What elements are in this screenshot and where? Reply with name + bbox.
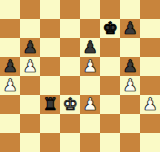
white-pawn[interactable]: ♟ — [82, 57, 97, 76]
square-d3[interactable]: ♚ — [60, 95, 80, 114]
square-e7[interactable] — [80, 19, 100, 38]
square-a1[interactable] — [0, 133, 20, 152]
square-c6[interactable] — [40, 38, 60, 57]
white-pawn[interactable]: ♟ — [82, 95, 97, 114]
square-a5[interactable]: ♟ — [0, 57, 20, 76]
white-pawn[interactable]: ♟ — [2, 76, 17, 95]
black-king[interactable]: ♚ — [102, 19, 117, 38]
square-c1[interactable] — [40, 133, 60, 152]
square-g8[interactable] — [120, 0, 140, 19]
square-f5[interactable] — [100, 57, 120, 76]
square-e2[interactable] — [80, 114, 100, 133]
square-b6[interactable]: ♟ — [20, 38, 40, 57]
square-g4[interactable]: ♟ — [120, 76, 140, 95]
square-h2[interactable] — [140, 114, 160, 133]
square-d5[interactable] — [60, 57, 80, 76]
square-a3[interactable] — [0, 95, 20, 114]
square-e8[interactable] — [80, 0, 100, 19]
square-f7[interactable]: ♚ — [100, 19, 120, 38]
square-c4[interactable] — [40, 76, 60, 95]
square-b1[interactable] — [20, 133, 40, 152]
square-c5[interactable] — [40, 57, 60, 76]
square-g2[interactable] — [120, 114, 140, 133]
square-h4[interactable] — [140, 76, 160, 95]
square-d2[interactable] — [60, 114, 80, 133]
square-d7[interactable] — [60, 19, 80, 38]
square-h8[interactable] — [140, 0, 160, 19]
square-b7[interactable] — [20, 19, 40, 38]
white-pawn[interactable]: ♟ — [22, 57, 37, 76]
square-h1[interactable] — [140, 133, 160, 152]
square-c8[interactable] — [40, 0, 60, 19]
chess-board: ♚♟♟♟♟♟♟♟♟♟♜♚♟♟ — [0, 0, 160, 152]
square-a6[interactable] — [0, 38, 20, 57]
square-f8[interactable] — [100, 0, 120, 19]
black-pawn[interactable]: ♟ — [122, 57, 137, 76]
black-pawn[interactable]: ♟ — [2, 57, 17, 76]
square-f1[interactable] — [100, 133, 120, 152]
square-g7[interactable]: ♟ — [120, 19, 140, 38]
square-a7[interactable] — [0, 19, 20, 38]
square-b4[interactable] — [20, 76, 40, 95]
square-h6[interactable] — [140, 38, 160, 57]
black-pawn[interactable]: ♟ — [122, 19, 137, 38]
square-a2[interactable] — [0, 114, 20, 133]
square-f6[interactable] — [100, 38, 120, 57]
square-b2[interactable] — [20, 114, 40, 133]
square-f4[interactable] — [100, 76, 120, 95]
square-e6[interactable]: ♟ — [80, 38, 100, 57]
white-pawn[interactable]: ♟ — [122, 76, 137, 95]
square-a8[interactable] — [0, 0, 20, 19]
square-b5[interactable]: ♟ — [20, 57, 40, 76]
square-c2[interactable] — [40, 114, 60, 133]
black-pawn[interactable]: ♟ — [22, 38, 37, 57]
square-g3[interactable] — [120, 95, 140, 114]
square-f3[interactable] — [100, 95, 120, 114]
square-c3[interactable]: ♜ — [40, 95, 60, 114]
square-e3[interactable]: ♟ — [80, 95, 100, 114]
square-d8[interactable] — [60, 0, 80, 19]
black-rook[interactable]: ♜ — [42, 95, 57, 114]
square-e1[interactable] — [80, 133, 100, 152]
square-f2[interactable] — [100, 114, 120, 133]
square-h5[interactable] — [140, 57, 160, 76]
square-d6[interactable] — [60, 38, 80, 57]
square-h7[interactable] — [140, 19, 160, 38]
square-b3[interactable] — [20, 95, 40, 114]
square-g5[interactable]: ♟ — [120, 57, 140, 76]
square-a4[interactable]: ♟ — [0, 76, 20, 95]
square-g6[interactable] — [120, 38, 140, 57]
square-e4[interactable] — [80, 76, 100, 95]
square-b8[interactable] — [20, 0, 40, 19]
square-g1[interactable] — [120, 133, 140, 152]
square-d4[interactable] — [60, 76, 80, 95]
square-e5[interactable]: ♟ — [80, 57, 100, 76]
square-h3[interactable]: ♟ — [140, 95, 160, 114]
square-c7[interactable] — [40, 19, 60, 38]
white-pawn[interactable]: ♟ — [142, 95, 157, 114]
white-king[interactable]: ♚ — [62, 95, 77, 114]
black-pawn[interactable]: ♟ — [82, 38, 97, 57]
square-d1[interactable] — [60, 133, 80, 152]
